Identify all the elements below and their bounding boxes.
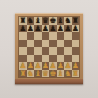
square-g1[interactable]: ♞ xyxy=(64,70,72,78)
square-f7[interactable]: ♟ xyxy=(57,25,65,33)
piece-white-knight[interactable]: ♞ xyxy=(27,70,35,78)
square-b5[interactable] xyxy=(27,40,35,48)
square-g7[interactable]: ♟ xyxy=(64,25,72,33)
square-e4[interactable] xyxy=(49,47,57,55)
square-c7[interactable]: ♟ xyxy=(34,25,42,33)
square-b1[interactable]: ♞ xyxy=(27,70,35,78)
board-frame: ♜♞♝♛♚♝♞♜♟♟♟♟♟♟♟♟♟♟♟♟♟♟♟♟♜♞♝♛♚♝♞♜ xyxy=(15,13,83,79)
square-d1[interactable]: ♛ xyxy=(42,70,50,78)
square-c4[interactable] xyxy=(34,47,42,55)
piece-black-pawn[interactable]: ♟ xyxy=(27,25,35,33)
photo-background: ♜♞♝♛♚♝♞♜♟♟♟♟♟♟♟♟♟♟♟♟♟♟♟♟♜♞♝♛♚♝♞♜ xyxy=(0,0,98,98)
piece-black-pawn[interactable]: ♟ xyxy=(42,25,50,33)
square-a1[interactable]: ♜ xyxy=(19,70,27,78)
square-f4[interactable] xyxy=(57,47,65,55)
piece-white-queen[interactable]: ♛ xyxy=(42,70,50,78)
piece-black-pawn[interactable]: ♟ xyxy=(72,25,80,33)
piece-black-pawn[interactable]: ♟ xyxy=(64,25,72,33)
square-h4[interactable] xyxy=(72,47,80,55)
square-d4[interactable] xyxy=(42,47,50,55)
piece-black-pawn[interactable]: ♟ xyxy=(49,25,57,33)
piece-black-pawn[interactable]: ♟ xyxy=(19,25,27,33)
square-e5[interactable] xyxy=(49,40,57,48)
square-d5[interactable] xyxy=(42,40,50,48)
square-c5[interactable] xyxy=(34,40,42,48)
piece-white-rook[interactable]: ♜ xyxy=(72,70,80,78)
chess-board: ♜♞♝♛♚♝♞♜♟♟♟♟♟♟♟♟♟♟♟♟♟♟♟♟♜♞♝♛♚♝♞♜ xyxy=(15,13,83,84)
square-d6[interactable] xyxy=(42,32,50,40)
piece-white-bishop[interactable]: ♝ xyxy=(57,70,65,78)
square-e1[interactable]: ♚ xyxy=(49,70,57,78)
square-g4[interactable] xyxy=(64,47,72,55)
square-e6[interactable] xyxy=(49,32,57,40)
square-b4[interactable] xyxy=(27,47,35,55)
square-d7[interactable]: ♟ xyxy=(42,25,50,33)
square-f1[interactable]: ♝ xyxy=(57,70,65,78)
square-a4[interactable] xyxy=(19,47,27,55)
piece-white-bishop[interactable]: ♝ xyxy=(34,70,42,78)
piece-black-pawn[interactable]: ♟ xyxy=(34,25,42,33)
square-e7[interactable]: ♟ xyxy=(49,25,57,33)
square-b7[interactable]: ♟ xyxy=(27,25,35,33)
square-h1[interactable]: ♜ xyxy=(72,70,80,78)
piece-white-knight[interactable]: ♞ xyxy=(64,70,72,78)
square-c1[interactable]: ♝ xyxy=(34,70,42,78)
square-a6[interactable] xyxy=(19,32,27,40)
square-h5[interactable] xyxy=(72,40,80,48)
square-f6[interactable] xyxy=(57,32,65,40)
square-f5[interactable] xyxy=(57,40,65,48)
square-a7[interactable]: ♟ xyxy=(19,25,27,33)
piece-black-pawn[interactable]: ♟ xyxy=(57,25,65,33)
square-b6[interactable] xyxy=(27,32,35,40)
board-grid: ♜♞♝♛♚♝♞♜♟♟♟♟♟♟♟♟♟♟♟♟♟♟♟♟♜♞♝♛♚♝♞♜ xyxy=(19,17,79,77)
square-h6[interactable] xyxy=(72,32,80,40)
board-side-edge xyxy=(15,79,83,84)
square-h7[interactable]: ♟ xyxy=(72,25,80,33)
piece-white-rook[interactable]: ♜ xyxy=(19,70,27,78)
square-g6[interactable] xyxy=(64,32,72,40)
square-g5[interactable] xyxy=(64,40,72,48)
square-a5[interactable] xyxy=(19,40,27,48)
piece-white-king[interactable]: ♚ xyxy=(49,70,57,78)
square-c6[interactable] xyxy=(34,32,42,40)
